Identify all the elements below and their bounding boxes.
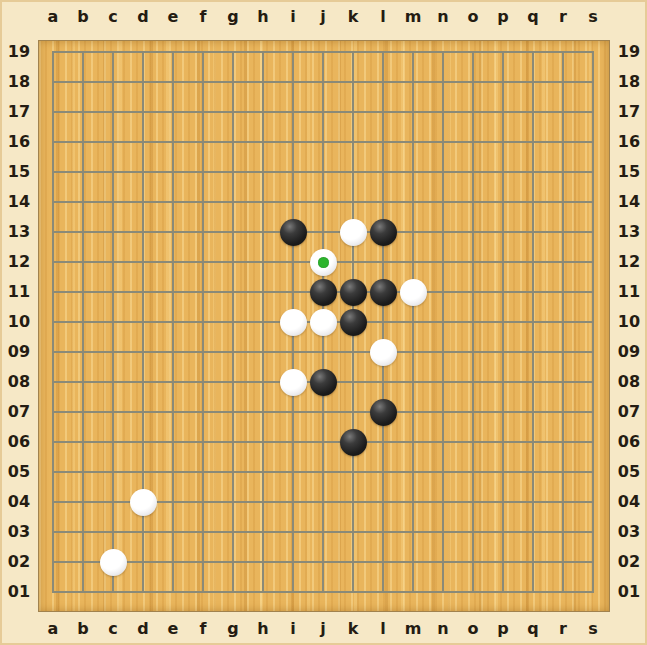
row-label-right-17: 17 [618, 104, 640, 120]
col-label-bottom-i: i [290, 621, 295, 637]
col-label-top-q: q [527, 9, 538, 25]
col-label-bottom-s: s [588, 621, 598, 637]
row-label-right-04: 04 [618, 494, 640, 510]
col-label-top-f: f [200, 9, 207, 25]
row-label-left-07: 07 [8, 404, 30, 420]
col-label-top-c: c [108, 9, 117, 25]
row-label-left-06: 06 [8, 434, 30, 450]
row-label-right-14: 14 [618, 194, 640, 210]
row-label-right-06: 06 [618, 434, 640, 450]
row-label-right-18: 18 [618, 74, 640, 90]
row-label-right-19: 19 [618, 44, 640, 60]
col-label-bottom-b: b [77, 621, 88, 637]
col-label-top-a: a [48, 9, 59, 25]
col-label-top-r: r [559, 9, 567, 25]
row-label-right-08: 08 [618, 374, 640, 390]
col-label-bottom-m: m [405, 621, 422, 637]
white-stone-l09 [370, 339, 397, 366]
col-label-bottom-g: g [227, 621, 238, 637]
row-label-left-19: 19 [8, 44, 30, 60]
black-stone-i13 [280, 219, 307, 246]
col-label-top-o: o [468, 9, 479, 25]
row-label-right-05: 05 [618, 464, 640, 480]
col-label-bottom-d: d [137, 621, 148, 637]
col-label-top-g: g [227, 9, 238, 25]
white-stone-i10 [280, 309, 307, 336]
row-label-right-01: 01 [618, 584, 640, 600]
black-stone-l07 [370, 399, 397, 426]
black-stone-k06 [340, 429, 367, 456]
black-stone-j11 [310, 279, 337, 306]
row-label-left-10: 10 [8, 314, 30, 330]
last-move-marker [318, 257, 329, 268]
row-label-right-15: 15 [618, 164, 640, 180]
col-label-bottom-k: k [348, 621, 359, 637]
black-stone-k11 [340, 279, 367, 306]
white-stone-k13 [340, 219, 367, 246]
row-label-left-17: 17 [8, 104, 30, 120]
row-label-right-03: 03 [618, 524, 640, 540]
go-board[interactable] [38, 40, 610, 612]
row-label-right-09: 09 [618, 344, 640, 360]
row-label-left-04: 04 [8, 494, 30, 510]
row-label-left-18: 18 [8, 74, 30, 90]
row-label-right-11: 11 [618, 284, 640, 300]
col-label-top-k: k [348, 9, 359, 25]
col-label-bottom-j: j [320, 621, 325, 637]
col-label-bottom-r: r [559, 621, 567, 637]
row-label-left-11: 11 [8, 284, 30, 300]
black-stone-l13 [370, 219, 397, 246]
row-label-right-12: 12 [618, 254, 640, 270]
row-label-right-07: 07 [618, 404, 640, 420]
row-label-left-13: 13 [8, 224, 30, 240]
col-label-bottom-o: o [468, 621, 479, 637]
black-stone-j08 [310, 369, 337, 396]
white-stone-m11 [400, 279, 427, 306]
row-label-left-03: 03 [8, 524, 30, 540]
col-label-top-p: p [497, 9, 508, 25]
col-label-top-s: s [588, 9, 598, 25]
col-label-bottom-q: q [527, 621, 538, 637]
row-label-left-14: 14 [8, 194, 30, 210]
col-label-top-n: n [437, 9, 448, 25]
white-stone-i08 [280, 369, 307, 396]
col-label-top-i: i [290, 9, 295, 25]
row-label-right-02: 02 [618, 554, 640, 570]
row-label-right-13: 13 [618, 224, 640, 240]
white-stone-j10 [310, 309, 337, 336]
col-label-bottom-c: c [108, 621, 117, 637]
row-label-left-08: 08 [8, 374, 30, 390]
row-label-left-02: 02 [8, 554, 30, 570]
col-label-top-d: d [137, 9, 148, 25]
black-stone-k10 [340, 309, 367, 336]
col-label-top-b: b [77, 9, 88, 25]
row-label-left-09: 09 [8, 344, 30, 360]
col-label-bottom-f: f [200, 621, 207, 637]
goban-screenshot: aabbccddeeffgghhiijjkkllmmnnooppqqrrss19… [0, 0, 647, 645]
white-stone-c02 [100, 549, 127, 576]
col-label-bottom-l: l [380, 621, 385, 637]
col-label-bottom-a: a [48, 621, 59, 637]
col-label-bottom-h: h [257, 621, 268, 637]
row-label-left-05: 05 [8, 464, 30, 480]
col-label-top-l: l [380, 9, 385, 25]
col-label-bottom-n: n [437, 621, 448, 637]
row-label-right-16: 16 [618, 134, 640, 150]
col-label-top-j: j [320, 9, 325, 25]
white-stone-d04 [130, 489, 157, 516]
black-stone-l11 [370, 279, 397, 306]
row-label-left-01: 01 [8, 584, 30, 600]
col-label-top-m: m [405, 9, 422, 25]
col-label-bottom-e: e [168, 621, 179, 637]
row-label-right-10: 10 [618, 314, 640, 330]
col-label-top-e: e [168, 9, 179, 25]
row-label-left-15: 15 [8, 164, 30, 180]
col-label-bottom-p: p [497, 621, 508, 637]
row-label-left-16: 16 [8, 134, 30, 150]
row-label-left-12: 12 [8, 254, 30, 270]
white-stone-j12 [310, 249, 337, 276]
col-label-top-h: h [257, 9, 268, 25]
